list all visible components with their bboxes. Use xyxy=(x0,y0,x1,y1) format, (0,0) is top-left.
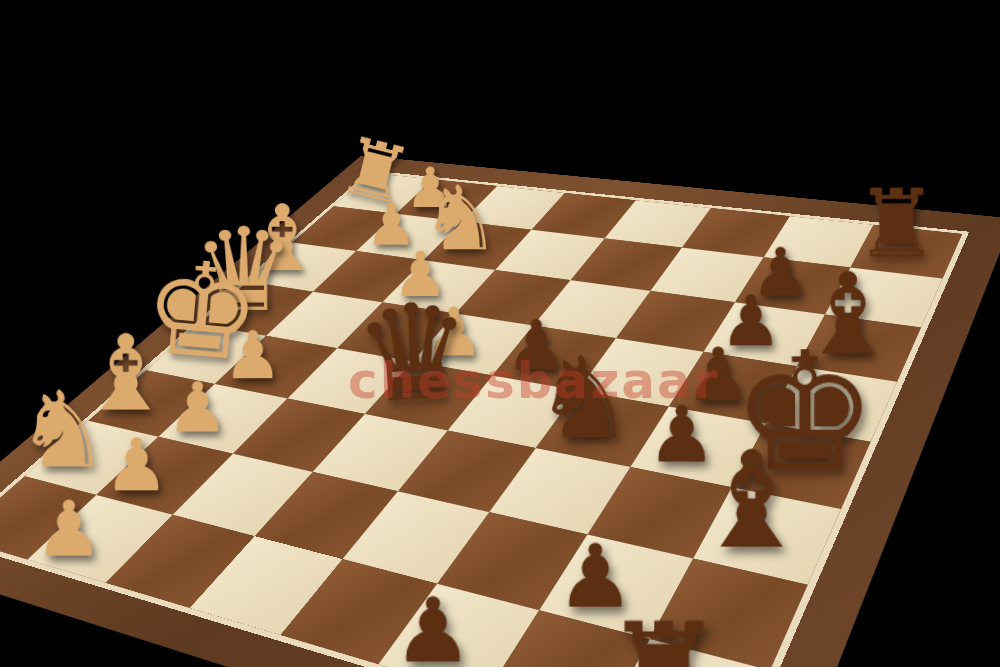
white-pawn[interactable]: ♟ xyxy=(16,491,122,568)
black-rook[interactable]: ♜ xyxy=(597,604,732,667)
photo-canvas: ♜♟♜♟♞♟♝♟♟♝♛♟♟♟♚♟♛♞♟♚♝♟♝♞♟♟♜♟♟♜ xyxy=(0,0,1000,667)
chess-board: ♜♟♜♟♞♟♝♟♟♝♛♟♟♟♚♟♛♞♟♚♝♟♝♞♟♟♜♟♟♜ xyxy=(0,155,1000,667)
black-bishop[interactable]: ♝ xyxy=(692,435,810,568)
black-pawn[interactable]: ♟ xyxy=(371,587,494,667)
board-grid: ♜♟♜♟♞♟♝♟♟♝♛♟♟♟♚♟♛♞♟♚♝♟♝♞♟♟♜♟♟♜ xyxy=(0,170,969,667)
black-knight[interactable]: ♞ xyxy=(532,342,636,455)
board-frame: ♜♟♜♟♞♟♝♟♟♝♛♟♟♟♚♟♛♞♟♚♝♟♝♞♟♟♜♟♟♜ xyxy=(0,155,1000,667)
black-queen[interactable]: ♛ xyxy=(350,285,456,423)
